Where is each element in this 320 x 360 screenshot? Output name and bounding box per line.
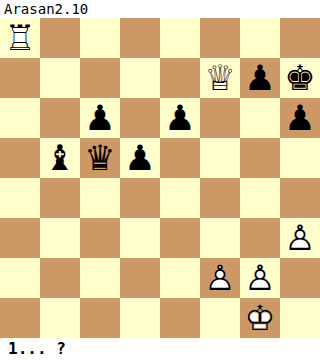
white-pawn-outline-glyph: ♙	[200, 258, 240, 298]
white-rook-outline-glyph: ♖	[0, 18, 40, 58]
square-e6[interactable]: ♟	[160, 98, 200, 138]
square-h4[interactable]	[280, 178, 320, 218]
square-f6[interactable]	[200, 98, 240, 138]
square-h2[interactable]	[280, 258, 320, 298]
square-b6[interactable]	[40, 98, 80, 138]
black-pawn[interactable]: ♟	[244, 58, 275, 98]
square-g5[interactable]	[240, 138, 280, 178]
square-e4[interactable]	[160, 178, 200, 218]
square-d1[interactable]	[120, 298, 160, 338]
square-g6[interactable]	[240, 98, 280, 138]
square-b5[interactable]: ♝	[40, 138, 80, 178]
square-h7[interactable]: ♚	[280, 58, 320, 98]
black-pawn[interactable]: ♟	[164, 98, 195, 138]
square-b1[interactable]	[40, 298, 80, 338]
square-g3[interactable]	[240, 218, 280, 258]
square-h5[interactable]	[280, 138, 320, 178]
square-d6[interactable]	[120, 98, 160, 138]
square-a2[interactable]	[0, 258, 40, 298]
square-h3[interactable]: ♟♙	[280, 218, 320, 258]
engine-title-bar: Arasan2.10	[0, 0, 320, 18]
square-g8[interactable]	[240, 18, 280, 58]
square-f2[interactable]: ♟♙	[200, 258, 240, 298]
square-d4[interactable]	[120, 178, 160, 218]
square-b3[interactable]	[40, 218, 80, 258]
square-a7[interactable]	[0, 58, 40, 98]
square-b8[interactable]	[40, 18, 80, 58]
square-g4[interactable]	[240, 178, 280, 218]
square-e1[interactable]	[160, 298, 200, 338]
square-e2[interactable]	[160, 258, 200, 298]
square-a3[interactable]	[0, 218, 40, 258]
square-d5[interactable]: ♟	[120, 138, 160, 178]
black-pawn[interactable]: ♟	[284, 98, 315, 138]
square-a6[interactable]	[0, 98, 40, 138]
black-pawn[interactable]: ♟	[84, 98, 115, 138]
square-f1[interactable]	[200, 298, 240, 338]
square-b7[interactable]	[40, 58, 80, 98]
square-g2[interactable]: ♟♙	[240, 258, 280, 298]
square-c6[interactable]: ♟	[80, 98, 120, 138]
square-d3[interactable]	[120, 218, 160, 258]
white-king[interactable]: ♚♔	[240, 298, 280, 338]
white-pawn[interactable]: ♟♙	[200, 258, 240, 298]
engine-name-label: Arasan2.10	[0, 0, 88, 18]
white-king-outline-glyph: ♔	[240, 298, 280, 338]
square-b4[interactable]	[40, 178, 80, 218]
square-c8[interactable]	[80, 18, 120, 58]
black-king[interactable]: ♚	[284, 58, 315, 98]
square-f7[interactable]: ♛♕	[200, 58, 240, 98]
white-queen-outline-glyph: ♕	[200, 58, 240, 98]
square-c3[interactable]	[80, 218, 120, 258]
square-g1[interactable]: ♚♔	[240, 298, 280, 338]
black-bishop[interactable]: ♝	[44, 138, 75, 178]
square-e3[interactable]	[160, 218, 200, 258]
square-f3[interactable]	[200, 218, 240, 258]
square-e7[interactable]	[160, 58, 200, 98]
square-a1[interactable]	[0, 298, 40, 338]
square-c4[interactable]	[80, 178, 120, 218]
square-e5[interactable]	[160, 138, 200, 178]
square-d8[interactable]	[120, 18, 160, 58]
square-f4[interactable]	[200, 178, 240, 218]
white-queen[interactable]: ♛♕	[200, 58, 240, 98]
white-pawn-outline-glyph: ♙	[280, 218, 320, 258]
chess-board: ♜♖♛♕♟♚♟♟♟♝♛♟♟♙♟♙♟♙♚♔	[0, 18, 320, 338]
square-f8[interactable]	[200, 18, 240, 58]
white-pawn-outline-glyph: ♙	[240, 258, 280, 298]
square-h8[interactable]	[280, 18, 320, 58]
square-c1[interactable]	[80, 298, 120, 338]
square-d2[interactable]	[120, 258, 160, 298]
white-pawn[interactable]: ♟♙	[280, 218, 320, 258]
square-b2[interactable]	[40, 258, 80, 298]
status-bar: 1... ?	[0, 338, 320, 360]
square-a8[interactable]: ♜♖	[0, 18, 40, 58]
square-e8[interactable]	[160, 18, 200, 58]
square-c7[interactable]	[80, 58, 120, 98]
move-prompt-label: 1... ?	[0, 338, 66, 360]
square-a5[interactable]	[0, 138, 40, 178]
square-g7[interactable]: ♟	[240, 58, 280, 98]
square-a4[interactable]	[0, 178, 40, 218]
square-h6[interactable]: ♟	[280, 98, 320, 138]
square-f5[interactable]	[200, 138, 240, 178]
black-queen[interactable]: ♛	[84, 138, 115, 178]
white-rook[interactable]: ♜♖	[0, 18, 40, 58]
black-pawn[interactable]: ♟	[124, 138, 155, 178]
square-c5[interactable]: ♛	[80, 138, 120, 178]
square-d7[interactable]	[120, 58, 160, 98]
square-c2[interactable]	[80, 258, 120, 298]
square-h1[interactable]	[280, 298, 320, 338]
white-pawn[interactable]: ♟♙	[240, 258, 280, 298]
